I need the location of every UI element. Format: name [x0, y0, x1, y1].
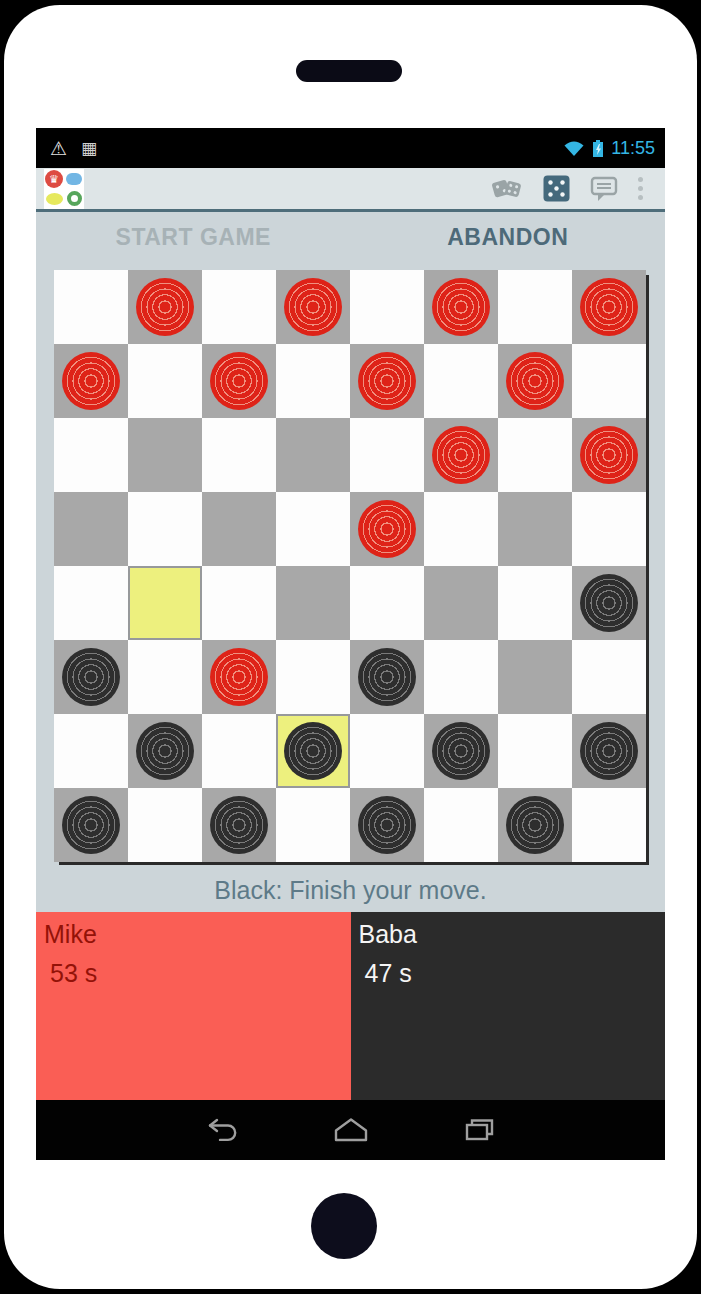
black-piece[interactable]	[358, 796, 416, 854]
overflow-menu-icon[interactable]	[638, 177, 643, 200]
battery-charging-icon	[592, 139, 604, 158]
back-icon[interactable]	[205, 1117, 241, 1143]
cell-r3c6[interactable]	[498, 492, 572, 566]
app-icon-bubble-tile	[64, 169, 84, 189]
cell-r0c6	[498, 270, 572, 344]
cell-r1c4[interactable]	[350, 344, 424, 418]
black-piece[interactable]	[62, 648, 120, 706]
action-bar-icons	[489, 175, 643, 203]
speech-bubble-icon	[66, 173, 82, 185]
cell-r4c4	[350, 566, 424, 640]
cell-r7c3	[276, 788, 350, 862]
navigation-bar	[36, 1100, 665, 1160]
cell-r1c3	[276, 344, 350, 418]
cell-r6c3[interactable]	[276, 714, 350, 788]
cell-r7c0[interactable]	[54, 788, 128, 862]
green-ring-icon	[67, 191, 82, 206]
die-five-icon[interactable]	[543, 175, 570, 202]
cell-r6c4	[350, 714, 424, 788]
cell-r1c0[interactable]	[54, 344, 128, 418]
red-piece[interactable]	[506, 352, 564, 410]
player-name-left: Mike	[44, 920, 351, 949]
cell-r0c4	[350, 270, 424, 344]
cell-r3c4[interactable]	[350, 492, 424, 566]
cell-r3c5	[424, 492, 498, 566]
red-piece[interactable]	[136, 278, 194, 336]
cell-r4c0	[54, 566, 128, 640]
cell-r5c2[interactable]	[202, 640, 276, 714]
crown-icon: ♛	[45, 170, 63, 188]
cell-r3c1	[128, 492, 202, 566]
black-piece[interactable]	[62, 796, 120, 854]
cell-r1c7	[572, 344, 646, 418]
game-content: START GAME ABANDON Black: Finish your mo…	[36, 212, 665, 912]
cell-r2c2	[202, 418, 276, 492]
cell-r5c3	[276, 640, 350, 714]
cell-r7c4[interactable]	[350, 788, 424, 862]
cell-r0c5[interactable]	[424, 270, 498, 344]
app-icon-ring-tile	[64, 189, 84, 209]
cell-r4c7[interactable]	[572, 566, 646, 640]
home-hardware-button[interactable]	[311, 1193, 377, 1259]
screen: ⚠ ▦ 11:55 ♛	[36, 128, 665, 1160]
cell-r4c6	[498, 566, 572, 640]
cell-r2c0	[54, 418, 128, 492]
player-name-right: Baba	[359, 920, 666, 949]
turn-status-message: Black: Finish your move.	[36, 876, 665, 905]
cell-r0c2	[202, 270, 276, 344]
player-time-left: 53 s	[50, 959, 351, 988]
cell-r1c6[interactable]	[498, 344, 572, 418]
cell-r7c7	[572, 788, 646, 862]
player-panel-left: Mike 53 s	[36, 912, 351, 1100]
cell-r6c1[interactable]	[128, 714, 202, 788]
cell-r3c0[interactable]	[54, 492, 128, 566]
chat-icon[interactable]	[590, 175, 618, 202]
game-toolbar: START GAME ABANDON	[36, 212, 665, 260]
abandon-button[interactable]: ABANDON	[351, 212, 666, 260]
cell-r4c2	[202, 566, 276, 640]
cell-r1c5	[424, 344, 498, 418]
cell-r7c6[interactable]	[498, 788, 572, 862]
screenshot-icon: ▦	[81, 140, 97, 157]
cell-r5c5	[424, 640, 498, 714]
cell-r6c7[interactable]	[572, 714, 646, 788]
cell-r0c3[interactable]	[276, 270, 350, 344]
cell-r3c7	[572, 492, 646, 566]
yellow-oval-icon	[46, 193, 63, 205]
board[interactable]	[54, 270, 646, 862]
red-piece[interactable]	[284, 278, 342, 336]
device-frame: ⚠ ▦ 11:55 ♛	[4, 5, 697, 1289]
player-panel-right: Baba 47 s	[351, 912, 666, 1100]
red-piece[interactable]	[580, 426, 638, 484]
status-bar: ⚠ ▦ 11:55	[36, 128, 665, 168]
board-games-app-icon[interactable]: ♛	[44, 169, 84, 209]
cell-r2c5[interactable]	[424, 418, 498, 492]
red-piece[interactable]	[432, 426, 490, 484]
cell-r2c4	[350, 418, 424, 492]
red-piece[interactable]	[210, 648, 268, 706]
black-piece[interactable]	[580, 574, 638, 632]
black-piece[interactable]	[432, 722, 490, 780]
black-piece[interactable]	[210, 796, 268, 854]
player-time-right: 47 s	[365, 959, 666, 988]
cell-r3c3	[276, 492, 350, 566]
cell-r5c1	[128, 640, 202, 714]
cell-r5c6[interactable]	[498, 640, 572, 714]
status-bar-right: 11:55	[563, 138, 655, 159]
red-piece[interactable]	[358, 500, 416, 558]
cell-r6c0	[54, 714, 128, 788]
cell-r1c2[interactable]	[202, 344, 276, 418]
start-game-button[interactable]: START GAME	[36, 212, 351, 260]
cell-r5c0[interactable]	[54, 640, 128, 714]
red-piece[interactable]	[358, 352, 416, 410]
cell-r6c2	[202, 714, 276, 788]
wifi-icon	[563, 139, 585, 157]
cell-r5c7	[572, 640, 646, 714]
cell-r5c4[interactable]	[350, 640, 424, 714]
cell-r0c0	[54, 270, 128, 344]
speaker	[296, 60, 402, 82]
status-bar-left: ⚠ ▦	[50, 139, 97, 158]
recents-icon[interactable]	[461, 1117, 497, 1143]
cell-r4c1[interactable]	[128, 566, 202, 640]
cell-r2c6	[498, 418, 572, 492]
cell-r6c6	[498, 714, 572, 788]
cell-r7c2[interactable]	[202, 788, 276, 862]
black-piece[interactable]	[506, 796, 564, 854]
cell-r3c2[interactable]	[202, 492, 276, 566]
home-icon[interactable]	[333, 1117, 369, 1143]
warning-icon: ⚠	[50, 139, 67, 158]
black-piece[interactable]	[136, 722, 194, 780]
red-piece[interactable]	[580, 278, 638, 336]
cell-r7c5	[424, 788, 498, 862]
cell-r2c7[interactable]	[572, 418, 646, 492]
dice-pair-icon[interactable]	[489, 175, 523, 203]
cell-r6c5[interactable]	[424, 714, 498, 788]
black-piece[interactable]	[284, 722, 342, 780]
black-piece[interactable]	[580, 722, 638, 780]
action-bar: ♛	[36, 168, 665, 212]
player-panels: Mike 53 s Baba 47 s	[36, 912, 665, 1100]
black-piece[interactable]	[358, 648, 416, 706]
app-icon-lemon-tile	[44, 189, 64, 209]
cell-r2c3[interactable]	[276, 418, 350, 492]
red-piece[interactable]	[210, 352, 268, 410]
cell-r2c1[interactable]	[128, 418, 202, 492]
cell-r0c1[interactable]	[128, 270, 202, 344]
red-piece[interactable]	[62, 352, 120, 410]
red-piece[interactable]	[432, 278, 490, 336]
cell-r4c5[interactable]	[424, 566, 498, 640]
clock: 11:55	[611, 138, 655, 159]
cell-r4c3[interactable]	[276, 566, 350, 640]
cell-r7c1	[128, 788, 202, 862]
cell-r0c7[interactable]	[572, 270, 646, 344]
cell-r1c1	[128, 344, 202, 418]
app-icon-crown-tile: ♛	[44, 169, 64, 189]
